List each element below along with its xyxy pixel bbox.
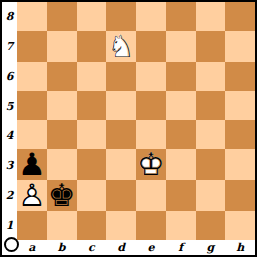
rank-label-3: 3: [2, 151, 17, 181]
square-e6[interactable]: [136, 62, 166, 91]
file-label-c: c: [77, 240, 107, 255]
rank-label-4: 4: [2, 121, 17, 151]
square-c8[interactable]: [77, 2, 107, 31]
white-knight-outline-glyph: ♘: [107, 31, 135, 62]
chess-board: ♞♘♟♚♔♟♙♚: [17, 2, 255, 240]
square-a3[interactable]: ♟: [17, 149, 47, 180]
square-d2[interactable]: [106, 180, 136, 211]
square-e2[interactable]: [136, 180, 166, 211]
square-b5[interactable]: [47, 91, 77, 120]
square-a1[interactable]: [17, 211, 47, 240]
rank-labels: 87654321: [2, 2, 17, 240]
square-b6[interactable]: [47, 62, 77, 91]
square-d3[interactable]: [106, 149, 136, 180]
file-label-b: b: [47, 240, 77, 255]
rank-label-5: 5: [2, 91, 17, 121]
black-pawn: ♟: [17, 149, 47, 180]
square-h2[interactable]: [225, 180, 255, 211]
rank-label-1: 1: [2, 210, 17, 240]
square-b7[interactable]: [47, 31, 77, 62]
square-g6[interactable]: [196, 62, 226, 91]
white-king: ♚♔: [136, 149, 166, 180]
square-e7[interactable]: [136, 31, 166, 62]
square-a2[interactable]: ♟♙: [17, 180, 47, 211]
file-label-g: g: [196, 240, 226, 255]
white-to-move-indicator: [4, 237, 19, 252]
square-f7[interactable]: [166, 31, 196, 62]
square-a8[interactable]: [17, 2, 47, 31]
square-g5[interactable]: [196, 91, 226, 120]
file-label-a: a: [17, 240, 47, 255]
square-h4[interactable]: [225, 120, 255, 149]
file-label-f: f: [166, 240, 196, 255]
square-h5[interactable]: [225, 91, 255, 120]
square-d5[interactable]: [106, 91, 136, 120]
square-b4[interactable]: [47, 120, 77, 149]
square-h6[interactable]: [225, 62, 255, 91]
square-h1[interactable]: [225, 211, 255, 240]
square-b1[interactable]: [47, 211, 77, 240]
square-f6[interactable]: [166, 62, 196, 91]
white-king-outline-glyph: ♔: [137, 149, 165, 180]
square-c4[interactable]: [77, 120, 107, 149]
square-d4[interactable]: [106, 120, 136, 149]
rank-label-7: 7: [2, 32, 17, 62]
square-e1[interactable]: [136, 211, 166, 240]
black-pawn-glyph: ♟: [18, 149, 46, 180]
white-knight: ♞♘: [106, 31, 136, 62]
square-e3[interactable]: ♚♔: [136, 149, 166, 180]
square-c2[interactable]: [77, 180, 107, 211]
square-f3[interactable]: [166, 149, 196, 180]
square-g7[interactable]: [196, 31, 226, 62]
square-d7[interactable]: ♞♘: [106, 31, 136, 62]
square-f1[interactable]: [166, 211, 196, 240]
square-f2[interactable]: [166, 180, 196, 211]
square-c3[interactable]: [77, 149, 107, 180]
square-c5[interactable]: [77, 91, 107, 120]
square-d1[interactable]: [106, 211, 136, 240]
square-g3[interactable]: [196, 149, 226, 180]
square-e8[interactable]: [136, 2, 166, 31]
square-f4[interactable]: [166, 120, 196, 149]
black-king-glyph: ♚: [48, 180, 76, 211]
square-b3[interactable]: [47, 149, 77, 180]
square-f5[interactable]: [166, 91, 196, 120]
square-h7[interactable]: [225, 31, 255, 62]
file-label-h: h: [225, 240, 255, 255]
square-g1[interactable]: [196, 211, 226, 240]
rank-label-6: 6: [2, 62, 17, 92]
square-c1[interactable]: [77, 211, 107, 240]
square-b8[interactable]: [47, 2, 77, 31]
square-a5[interactable]: [17, 91, 47, 120]
square-a7[interactable]: [17, 31, 47, 62]
file-label-e: e: [136, 240, 166, 255]
white-pawn: ♟♙: [17, 180, 47, 211]
white-pawn-outline-glyph: ♙: [18, 180, 46, 211]
square-e4[interactable]: [136, 120, 166, 149]
square-f8[interactable]: [166, 2, 196, 31]
square-a4[interactable]: [17, 120, 47, 149]
square-h8[interactable]: [225, 2, 255, 31]
rank-label-2: 2: [2, 181, 17, 211]
square-d6[interactable]: [106, 62, 136, 91]
black-king: ♚: [47, 180, 77, 211]
square-h3[interactable]: [225, 149, 255, 180]
square-c6[interactable]: [77, 62, 107, 91]
square-d8[interactable]: [106, 2, 136, 31]
file-label-d: d: [106, 240, 136, 255]
rank-label-8: 8: [2, 2, 17, 32]
square-g8[interactable]: [196, 2, 226, 31]
square-g4[interactable]: [196, 120, 226, 149]
square-b2[interactable]: ♚: [47, 180, 77, 211]
square-e5[interactable]: [136, 91, 166, 120]
square-c7[interactable]: [77, 31, 107, 62]
square-a6[interactable]: [17, 62, 47, 91]
chess-diagram: ♞♘♟♚♔♟♙♚ 87654321 abcdefgh: [0, 0, 257, 257]
file-labels: abcdefgh: [17, 240, 255, 255]
square-g2[interactable]: [196, 180, 226, 211]
